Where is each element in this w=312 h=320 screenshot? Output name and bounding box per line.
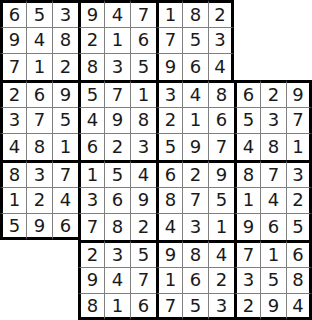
sudoku-cell-r10c8[interactable]: 8 xyxy=(182,240,208,267)
sudoku-cell-r4c9[interactable]: 8 xyxy=(208,80,234,107)
sudoku-cell-r10c5[interactable]: 3 xyxy=(104,240,130,267)
sudoku-cell-r7c6[interactable]: 4 xyxy=(130,160,156,187)
sudoku-cell-r4c10[interactable]: 6 xyxy=(234,80,260,107)
sudoku-cell-r10c4[interactable]: 2 xyxy=(78,240,104,267)
sudoku-cell-r6c5[interactable]: 2 xyxy=(104,133,130,160)
sudoku-cell-r7c3[interactable]: 7 xyxy=(52,160,78,187)
sudoku-cell-r4c6[interactable]: 1 xyxy=(130,80,156,107)
empty-corner-region xyxy=(260,0,286,27)
empty-corner-region xyxy=(52,267,78,294)
sudoku-cell-r11c6[interactable]: 7 xyxy=(130,267,156,294)
sudoku-cell-r4c2[interactable]: 6 xyxy=(26,80,52,107)
sudoku-cell-r4c8[interactable]: 4 xyxy=(182,80,208,107)
sudoku-cell-r9c8[interactable]: 3 xyxy=(182,213,208,240)
sudoku-cell-r10c10[interactable]: 7 xyxy=(234,240,260,267)
sudoku-cell-r7c2[interactable]: 3 xyxy=(26,160,52,187)
empty-corner-region xyxy=(234,0,260,27)
sudoku-cell-r6c7[interactable]: 5 xyxy=(156,133,182,160)
empty-corner-region xyxy=(52,240,78,267)
sudoku-cell-r1c3[interactable]: 3 xyxy=(52,0,78,27)
sudoku-cell-r8c12[interactable]: 2 xyxy=(286,187,312,214)
sudoku-cell-r12c7[interactable]: 7 xyxy=(156,293,182,320)
empty-corner-region xyxy=(26,267,52,294)
sudoku-cell-r1c4[interactable]: 9 xyxy=(78,0,104,27)
sudoku-cell-r3c9[interactable]: 4 xyxy=(208,53,234,80)
sudoku-cell-r12c6[interactable]: 6 xyxy=(130,293,156,320)
empty-corner-region xyxy=(260,27,286,54)
sudoku-cell-r9c1[interactable]: 5 xyxy=(0,213,26,240)
sudoku-cell-r2c4[interactable]: 2 xyxy=(78,27,104,54)
sudoku-cell-r9c10[interactable]: 9 xyxy=(234,213,260,240)
sudoku-cell-r8c11[interactable]: 4 xyxy=(260,187,286,214)
sudoku-cell-r8c3[interactable]: 4 xyxy=(52,187,78,214)
sudoku-cell-r1c8[interactable]: 8 xyxy=(182,0,208,27)
sudoku-cell-r4c12[interactable]: 9 xyxy=(286,80,312,107)
sudoku-cell-r8c6[interactable]: 9 xyxy=(130,187,156,214)
sudoku-cell-r8c9[interactable]: 5 xyxy=(208,187,234,214)
sudoku-cell-r12c11[interactable]: 9 xyxy=(260,293,286,320)
sudoku-cell-r1c9[interactable]: 2 xyxy=(208,0,234,27)
sudoku-cell-r7c8[interactable]: 2 xyxy=(182,160,208,187)
sudoku-cell-r9c11[interactable]: 6 xyxy=(260,213,286,240)
sudoku-cell-r5c12[interactable]: 7 xyxy=(286,107,312,134)
sudoku-cell-r11c5[interactable]: 4 xyxy=(104,267,130,294)
sudoku-cell-r3c7[interactable]: 9 xyxy=(156,53,182,80)
empty-corner-region xyxy=(0,293,26,320)
sudoku-cell-r5c9[interactable]: 6 xyxy=(208,107,234,134)
sudoku-cell-r4c3[interactable]: 9 xyxy=(52,80,78,107)
sudoku-cell-r5c1[interactable]: 3 xyxy=(0,107,26,134)
sudoku-cell-r11c9[interactable]: 2 xyxy=(208,267,234,294)
sudoku-cell-r7c9[interactable]: 9 xyxy=(208,160,234,187)
sudoku-cell-r6c4[interactable]: 6 xyxy=(78,133,104,160)
sudoku-cell-r8c10[interactable]: 1 xyxy=(234,187,260,214)
sudoku-cell-r9c7[interactable]: 4 xyxy=(156,213,182,240)
sudoku-cell-r5c2[interactable]: 7 xyxy=(26,107,52,134)
sudoku-cell-r9c12[interactable]: 5 xyxy=(286,213,312,240)
sudoku-cell-r7c4[interactable]: 1 xyxy=(78,160,104,187)
empty-corner-region xyxy=(234,27,260,54)
sudoku-cell-r6c3[interactable]: 1 xyxy=(52,133,78,160)
sudoku-cell-r2c5[interactable]: 1 xyxy=(104,27,130,54)
sudoku-cell-r5c5[interactable]: 9 xyxy=(104,107,130,134)
sudoku-cell-r6c6[interactable]: 3 xyxy=(130,133,156,160)
sudoku-cell-r9c3[interactable]: 6 xyxy=(52,213,78,240)
sudoku-cell-r9c9[interactable]: 1 xyxy=(208,213,234,240)
sudoku-cell-r7c5[interactable]: 5 xyxy=(104,160,130,187)
sudoku-cell-r6c12[interactable]: 1 xyxy=(286,133,312,160)
sudoku-cell-r8c4[interactable]: 3 xyxy=(78,187,104,214)
sudoku-cell-r4c1[interactable]: 2 xyxy=(0,80,26,107)
empty-corner-region xyxy=(0,267,26,294)
sudoku-cell-r4c4[interactable]: 5 xyxy=(78,80,104,107)
sudoku-cell-r5c3[interactable]: 5 xyxy=(52,107,78,134)
empty-corner-region xyxy=(0,240,26,267)
sudoku-cell-r3c2[interactable]: 1 xyxy=(26,53,52,80)
sudoku-cell-r3c1[interactable]: 7 xyxy=(0,53,26,80)
sudoku-cell-r4c7[interactable]: 3 xyxy=(156,80,182,107)
sudoku-cell-r10c7[interactable]: 9 xyxy=(156,240,182,267)
sudoku-cell-r5c7[interactable]: 2 xyxy=(156,107,182,134)
sudoku-cell-r12c4[interactable]: 8 xyxy=(78,293,104,320)
sudoku-cell-r9c5[interactable]: 8 xyxy=(104,213,130,240)
sudoku-cell-r9c4[interactable]: 7 xyxy=(78,213,104,240)
sudoku-cell-r1c5[interactable]: 4 xyxy=(104,0,130,27)
empty-corner-region xyxy=(26,240,52,267)
sudoku-cell-r3c4[interactable]: 8 xyxy=(78,53,104,80)
sudoku-cell-r12c10[interactable]: 2 xyxy=(234,293,260,320)
sudoku-cell-r9c6[interactable]: 2 xyxy=(130,213,156,240)
sudoku-cell-r10c9[interactable]: 4 xyxy=(208,240,234,267)
sudoku-cell-r8c8[interactable]: 7 xyxy=(182,187,208,214)
sudoku-cell-r2c8[interactable]: 5 xyxy=(182,27,208,54)
sudoku-cell-r11c12[interactable]: 8 xyxy=(286,267,312,294)
empty-corner-region xyxy=(286,27,312,54)
sudoku-cell-r1c2[interactable]: 5 xyxy=(26,0,52,27)
empty-corner-region xyxy=(26,293,52,320)
sudoku-cell-r5c4[interactable]: 4 xyxy=(78,107,104,134)
sudoku-cell-r4c11[interactable]: 2 xyxy=(260,80,286,107)
sudoku-cell-r4c5[interactable]: 7 xyxy=(104,80,130,107)
sudoku-cell-r6c1[interactable]: 4 xyxy=(0,133,26,160)
sudoku-cell-r3c3[interactable]: 2 xyxy=(52,53,78,80)
sudoku-cell-r5c11[interactable]: 3 xyxy=(260,107,286,134)
sudoku-cell-r6c10[interactable]: 4 xyxy=(234,133,260,160)
sudoku-cell-r2c2[interactable]: 4 xyxy=(26,27,52,54)
sudoku-cell-r8c2[interactable]: 2 xyxy=(26,187,52,214)
sudoku-cell-r5c6[interactable]: 8 xyxy=(130,107,156,134)
sudoku-cell-r11c11[interactable]: 5 xyxy=(260,267,286,294)
sudoku-cell-r2c7[interactable]: 7 xyxy=(156,27,182,54)
sudoku-cell-r5c8[interactable]: 1 xyxy=(182,107,208,134)
sudoku-cell-r8c7[interactable]: 8 xyxy=(156,187,182,214)
sudoku-cell-r10c6[interactable]: 5 xyxy=(130,240,156,267)
sudoku-cell-r3c6[interactable]: 5 xyxy=(130,53,156,80)
sudoku-cell-r5c10[interactable]: 5 xyxy=(234,107,260,134)
sudoku-cell-r2c3[interactable]: 8 xyxy=(52,27,78,54)
sudoku-cell-r1c7[interactable]: 1 xyxy=(156,0,182,27)
sudoku-cell-r6c11[interactable]: 8 xyxy=(260,133,286,160)
sudoku-cell-r2c6[interactable]: 6 xyxy=(130,27,156,54)
empty-corner-region xyxy=(286,0,312,27)
empty-corner-region xyxy=(52,293,78,320)
sudoku-cell-r1c1[interactable]: 6 xyxy=(0,0,26,27)
sudoku-cell-r10c11[interactable]: 1 xyxy=(260,240,286,267)
sudoku-cell-r6c8[interactable]: 9 xyxy=(182,133,208,160)
sudoku-cell-r6c2[interactable]: 8 xyxy=(26,133,52,160)
sudoku-cell-r10c12[interactable]: 6 xyxy=(286,240,312,267)
sudoku-cell-r2c1[interactable]: 9 xyxy=(0,27,26,54)
sudoku-cell-r12c9[interactable]: 3 xyxy=(208,293,234,320)
sudoku-cell-r7c10[interactable]: 8 xyxy=(234,160,260,187)
sudoku-cell-r3c8[interactable]: 6 xyxy=(182,53,208,80)
sudoku-cell-r12c12[interactable]: 4 xyxy=(286,293,312,320)
empty-corner-region xyxy=(234,53,260,80)
sudoku-cell-r9c2[interactable]: 9 xyxy=(26,213,52,240)
sudoku-cell-r8c1[interactable]: 1 xyxy=(0,187,26,214)
sudoku-cell-r7c12[interactable]: 3 xyxy=(286,160,312,187)
empty-corner-region xyxy=(260,53,286,80)
twin-sudoku-board: 6539471829482167537128359642695713486293… xyxy=(0,0,312,320)
sudoku-cell-r7c1[interactable]: 8 xyxy=(0,160,26,187)
sudoku-cell-r11c10[interactable]: 3 xyxy=(234,267,260,294)
sudoku-cell-r7c11[interactable]: 7 xyxy=(260,160,286,187)
sudoku-cell-r2c9[interactable]: 3 xyxy=(208,27,234,54)
sudoku-cell-r7c7[interactable]: 6 xyxy=(156,160,182,187)
sudoku-cell-r11c7[interactable]: 1 xyxy=(156,267,182,294)
sudoku-cell-r3c5[interactable]: 3 xyxy=(104,53,130,80)
sudoku-cell-r1c6[interactable]: 7 xyxy=(130,0,156,27)
empty-corner-region xyxy=(286,53,312,80)
sudoku-cell-r6c9[interactable]: 7 xyxy=(208,133,234,160)
sudoku-cell-r11c4[interactable]: 9 xyxy=(78,267,104,294)
sudoku-cell-r12c8[interactable]: 5 xyxy=(182,293,208,320)
sudoku-cell-r11c8[interactable]: 6 xyxy=(182,267,208,294)
sudoku-cell-r12c5[interactable]: 1 xyxy=(104,293,130,320)
sudoku-cell-r8c5[interactable]: 6 xyxy=(104,187,130,214)
